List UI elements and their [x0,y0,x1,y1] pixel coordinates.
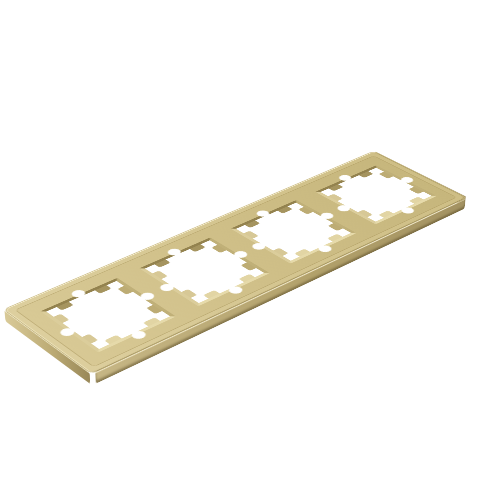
claw-notch [157,282,176,292]
claw-notch [129,329,149,340]
mounting-tooth [241,262,256,270]
mounting-tooth [190,244,206,252]
mounting-tooth [182,289,198,298]
socket-frame [3,151,468,375]
mounting-tooth [409,197,424,204]
mounting-tooth [273,248,288,256]
claw-notch [226,285,245,295]
mounting-tooth [54,314,70,323]
mounting-tooth [211,245,226,253]
mounting-tooth [244,231,259,239]
mounting-tooth [82,334,98,344]
mounting-tooth [358,210,373,218]
mounting-tooth [143,317,160,326]
mounting-tooth [329,184,344,191]
mounting-tooth [155,260,171,268]
window-opening-1 [40,278,176,353]
mounting-tooth [378,210,393,217]
mounting-tooth [379,172,393,179]
claw-notch [58,327,78,338]
mounting-tooth [278,206,293,213]
claw-notch [138,291,157,301]
product-photo-background [0,0,500,500]
mounting-tooth [117,286,132,295]
mounting-tooth [152,271,167,280]
mounting-tooth [328,223,343,231]
claw-notch [69,289,88,299]
mounting-tooth [146,305,162,314]
mounting-tooth [57,302,74,311]
mounting-tooth [245,220,260,227]
mounting-tooth [239,274,255,282]
mounting-tooth [298,207,313,215]
mounting-tooth [359,171,373,178]
mounting-tooth [203,290,220,299]
mounting-tooth [409,187,424,194]
frame-plate [3,151,468,375]
mounting-tooth [328,194,343,201]
claw-notch [232,250,250,260]
mounting-tooth [294,249,310,257]
mounting-tooth [327,234,342,242]
mounting-tooth [104,335,121,344]
mounting-tooth [95,285,112,293]
